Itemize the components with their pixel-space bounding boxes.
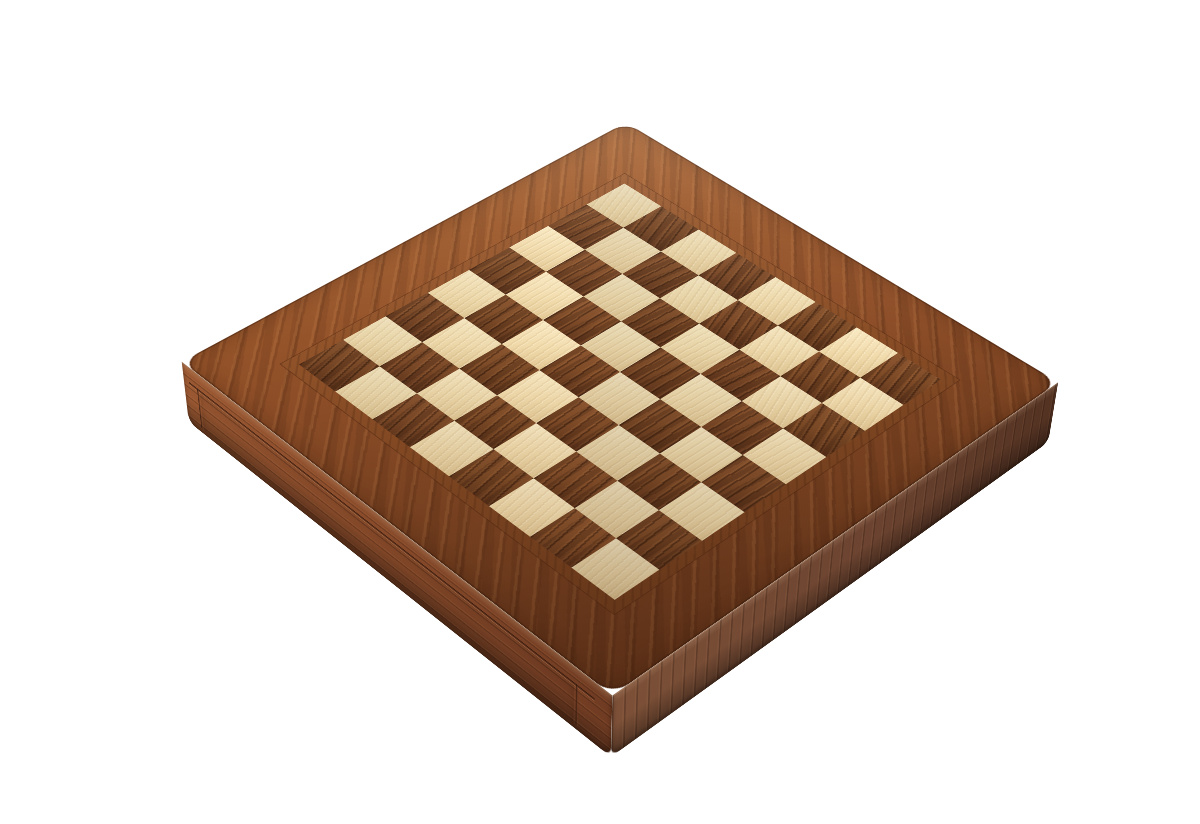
drawer-end-seam-near xyxy=(575,683,578,726)
product-photo xyxy=(0,0,1200,824)
scene xyxy=(0,0,1200,824)
perspective-wrapper xyxy=(0,0,1200,824)
